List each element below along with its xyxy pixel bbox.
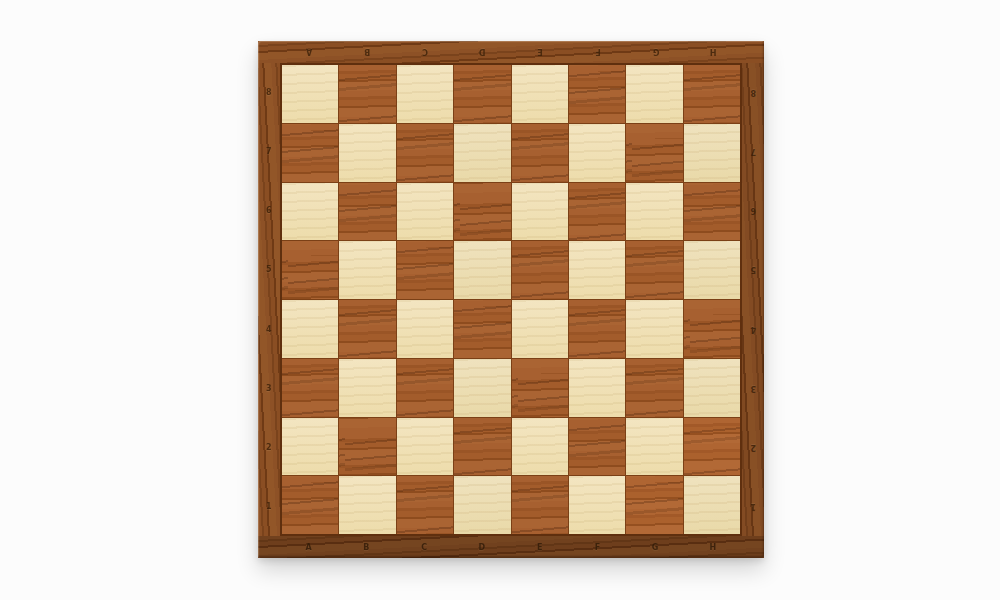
- square-h5[interactable]: [684, 241, 740, 299]
- square-a5[interactable]: [282, 241, 338, 299]
- square-c5[interactable]: [397, 241, 453, 299]
- square-a2[interactable]: [282, 418, 338, 476]
- square-c2[interactable]: [397, 418, 453, 476]
- rank-label-2: 2: [258, 418, 280, 477]
- square-d5[interactable]: [454, 241, 510, 299]
- square-b1[interactable]: [339, 476, 395, 534]
- square-c3[interactable]: [397, 359, 453, 417]
- rank-label-6: 6: [258, 181, 280, 240]
- square-b4[interactable]: [339, 300, 395, 358]
- square-a1[interactable]: [282, 476, 338, 534]
- square-c6[interactable]: [397, 183, 453, 241]
- square-c7[interactable]: [397, 124, 453, 182]
- square-d8[interactable]: [454, 65, 510, 123]
- square-a8[interactable]: [282, 65, 338, 123]
- rank-label-5: 5: [258, 240, 280, 299]
- square-g7[interactable]: [626, 124, 682, 182]
- square-a4[interactable]: [282, 300, 338, 358]
- rank-label-8: 8: [742, 63, 764, 122]
- file-label-f: F: [569, 41, 627, 63]
- rank-label-4: 4: [742, 300, 764, 359]
- rank-label-5: 5: [742, 240, 764, 299]
- file-label-a: A: [280, 41, 338, 63]
- square-c4[interactable]: [397, 300, 453, 358]
- square-b8[interactable]: [339, 65, 395, 123]
- square-g6[interactable]: [626, 183, 682, 241]
- file-label-h: H: [684, 41, 742, 63]
- frame-rail-bottom: ABCDEFGH: [258, 536, 764, 558]
- file-label-b: B: [338, 536, 396, 558]
- square-e8[interactable]: [512, 65, 568, 123]
- square-f1[interactable]: [569, 476, 625, 534]
- file-label-c: C: [396, 41, 454, 63]
- square-f2[interactable]: [569, 418, 625, 476]
- file-label-h: H: [684, 536, 742, 558]
- photo-background: ABCDEFGH ABCDEFGH 87654321 87654321: [0, 0, 1000, 600]
- square-b2[interactable]: [339, 418, 395, 476]
- square-b7[interactable]: [339, 124, 395, 182]
- square-h8[interactable]: [684, 65, 740, 123]
- square-d7[interactable]: [454, 124, 510, 182]
- file-label-c: C: [396, 536, 454, 558]
- square-d4[interactable]: [454, 300, 510, 358]
- square-e6[interactable]: [512, 183, 568, 241]
- square-g5[interactable]: [626, 241, 682, 299]
- square-c8[interactable]: [397, 65, 453, 123]
- file-label-f: F: [569, 536, 627, 558]
- square-f7[interactable]: [569, 124, 625, 182]
- file-labels-bottom: ABCDEFGH: [280, 536, 742, 558]
- square-e2[interactable]: [512, 418, 568, 476]
- square-f3[interactable]: [569, 359, 625, 417]
- square-d1[interactable]: [454, 476, 510, 534]
- board-squares: [280, 63, 742, 536]
- file-label-e: E: [511, 41, 569, 63]
- square-f4[interactable]: [569, 300, 625, 358]
- square-h4[interactable]: [684, 300, 740, 358]
- file-label-b: B: [338, 41, 396, 63]
- square-g2[interactable]: [626, 418, 682, 476]
- square-g1[interactable]: [626, 476, 682, 534]
- rank-label-1: 1: [742, 477, 764, 536]
- square-g3[interactable]: [626, 359, 682, 417]
- file-label-e: E: [511, 536, 569, 558]
- square-e3[interactable]: [512, 359, 568, 417]
- rank-label-1: 1: [258, 477, 280, 536]
- square-h7[interactable]: [684, 124, 740, 182]
- frame-rail-top: ABCDEFGH: [258, 41, 764, 63]
- file-label-a: A: [280, 536, 338, 558]
- square-e4[interactable]: [512, 300, 568, 358]
- square-d3[interactable]: [454, 359, 510, 417]
- square-e5[interactable]: [512, 241, 568, 299]
- square-d2[interactable]: [454, 418, 510, 476]
- square-f6[interactable]: [569, 183, 625, 241]
- square-d6[interactable]: [454, 183, 510, 241]
- square-a7[interactable]: [282, 124, 338, 182]
- square-b5[interactable]: [339, 241, 395, 299]
- square-e7[interactable]: [512, 124, 568, 182]
- rank-label-7: 7: [258, 122, 280, 181]
- frame-rail-right: 87654321: [742, 63, 764, 536]
- file-label-g: G: [627, 536, 685, 558]
- square-g4[interactable]: [626, 300, 682, 358]
- square-b3[interactable]: [339, 359, 395, 417]
- rank-labels-right: 87654321: [742, 63, 764, 536]
- square-h1[interactable]: [684, 476, 740, 534]
- square-e1[interactable]: [512, 476, 568, 534]
- file-label-d: D: [453, 536, 511, 558]
- rank-label-6: 6: [742, 181, 764, 240]
- file-label-g: G: [627, 41, 685, 63]
- rank-label-3: 3: [742, 359, 764, 418]
- rank-labels-left: 87654321: [258, 63, 280, 536]
- rank-label-4: 4: [258, 300, 280, 359]
- square-a6[interactable]: [282, 183, 338, 241]
- square-f8[interactable]: [569, 65, 625, 123]
- square-a3[interactable]: [282, 359, 338, 417]
- rank-label-8: 8: [258, 63, 280, 122]
- square-g8[interactable]: [626, 65, 682, 123]
- square-h6[interactable]: [684, 183, 740, 241]
- frame-rail-left: 87654321: [258, 63, 280, 536]
- rank-label-7: 7: [742, 122, 764, 181]
- chess-board: ABCDEFGH ABCDEFGH 87654321 87654321: [258, 41, 764, 558]
- square-f5[interactable]: [569, 241, 625, 299]
- square-h3[interactable]: [684, 359, 740, 417]
- rank-label-3: 3: [258, 359, 280, 418]
- square-h2[interactable]: [684, 418, 740, 476]
- rank-label-2: 2: [742, 418, 764, 477]
- square-b6[interactable]: [339, 183, 395, 241]
- square-c1[interactable]: [397, 476, 453, 534]
- file-labels-top: ABCDEFGH: [280, 41, 742, 63]
- file-label-d: D: [453, 41, 511, 63]
